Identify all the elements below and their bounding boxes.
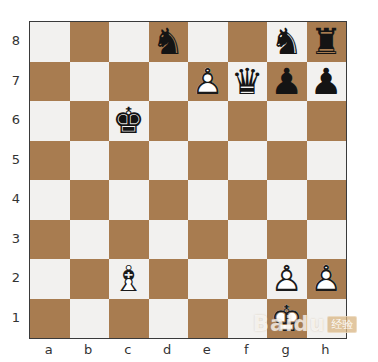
square-f4[interactable] bbox=[228, 180, 268, 220]
square-g7[interactable]: ♟ bbox=[267, 62, 307, 102]
rank-label-7: 7 bbox=[0, 61, 24, 101]
square-d7[interactable] bbox=[149, 62, 189, 102]
square-e7[interactable]: ♟♙ bbox=[188, 62, 228, 102]
square-a8[interactable] bbox=[30, 22, 70, 62]
file-label-g: g bbox=[266, 341, 306, 359]
square-g8[interactable]: ♞ bbox=[267, 22, 307, 62]
rank-label-4: 4 bbox=[0, 179, 24, 219]
rank-label-1: 1 bbox=[0, 298, 24, 338]
square-b4[interactable] bbox=[70, 180, 110, 220]
square-h8[interactable]: ♜ bbox=[307, 22, 347, 62]
square-c3[interactable] bbox=[109, 220, 149, 260]
square-e6[interactable] bbox=[188, 101, 228, 141]
piece-black-rook: ♜ bbox=[307, 22, 347, 62]
piece-black-knight: ♞ bbox=[267, 22, 307, 62]
piece-white-pawn: ♙ bbox=[307, 259, 347, 299]
rank-label-2: 2 bbox=[0, 258, 24, 298]
piece-white-pawn-fill: ♟ bbox=[188, 62, 228, 102]
square-b1[interactable] bbox=[70, 299, 110, 339]
piece-white-pawn: ♙ bbox=[188, 62, 228, 102]
piece-black-pawn: ♟ bbox=[307, 62, 347, 102]
file-label-d: d bbox=[148, 341, 188, 359]
square-g6[interactable] bbox=[267, 101, 307, 141]
square-h5[interactable] bbox=[307, 141, 347, 181]
piece-white-king: ♔ bbox=[267, 299, 307, 339]
piece-black-queen: ♛ bbox=[228, 62, 268, 102]
square-b3[interactable] bbox=[70, 220, 110, 260]
square-h3[interactable] bbox=[307, 220, 347, 260]
rank-label-8: 8 bbox=[0, 21, 24, 61]
piece-white-pawn-fill: ♟ bbox=[307, 259, 347, 299]
piece-black-knight: ♞ bbox=[149, 22, 189, 62]
square-f2[interactable] bbox=[228, 259, 268, 299]
square-d2[interactable] bbox=[149, 259, 189, 299]
file-label-e: e bbox=[187, 341, 227, 359]
square-c8[interactable] bbox=[109, 22, 149, 62]
square-b6[interactable] bbox=[70, 101, 110, 141]
file-labels: abcdefgh bbox=[29, 341, 345, 359]
piece-white-pawn-fill: ♟ bbox=[267, 259, 307, 299]
square-f3[interactable] bbox=[228, 220, 268, 260]
square-a5[interactable] bbox=[30, 141, 70, 181]
square-b2[interactable] bbox=[70, 259, 110, 299]
file-label-a: a bbox=[29, 341, 69, 359]
square-b7[interactable] bbox=[70, 62, 110, 102]
square-a1[interactable] bbox=[30, 299, 70, 339]
square-a7[interactable] bbox=[30, 62, 70, 102]
rank-labels: 87654321 bbox=[0, 21, 24, 337]
square-d1[interactable] bbox=[149, 299, 189, 339]
square-c7[interactable] bbox=[109, 62, 149, 102]
file-label-f: f bbox=[227, 341, 267, 359]
piece-white-bishop: ♗ bbox=[109, 259, 149, 299]
piece-black-king: ♚ bbox=[109, 101, 149, 141]
square-g2[interactable]: ♟♙ bbox=[267, 259, 307, 299]
square-a3[interactable] bbox=[30, 220, 70, 260]
square-f1[interactable] bbox=[228, 299, 268, 339]
square-g3[interactable] bbox=[267, 220, 307, 260]
rank-label-6: 6 bbox=[0, 100, 24, 140]
square-g1[interactable]: ♚♔ bbox=[267, 299, 307, 339]
file-label-h: h bbox=[306, 341, 346, 359]
square-h1[interactable] bbox=[307, 299, 347, 339]
rank-label-3: 3 bbox=[0, 219, 24, 259]
square-h4[interactable] bbox=[307, 180, 347, 220]
square-c1[interactable] bbox=[109, 299, 149, 339]
square-b8[interactable] bbox=[70, 22, 110, 62]
square-d4[interactable] bbox=[149, 180, 189, 220]
chess-board: ♞♞♜♟♙♛♟♟♚♝♗♟♙♟♙♚♔ bbox=[29, 21, 347, 339]
square-d8[interactable]: ♞ bbox=[149, 22, 189, 62]
square-h6[interactable] bbox=[307, 101, 347, 141]
square-e3[interactable] bbox=[188, 220, 228, 260]
square-c2[interactable]: ♝♗ bbox=[109, 259, 149, 299]
square-g5[interactable] bbox=[267, 141, 307, 181]
square-c6[interactable]: ♚ bbox=[109, 101, 149, 141]
file-label-b: b bbox=[69, 341, 109, 359]
square-e4[interactable] bbox=[188, 180, 228, 220]
square-c4[interactable] bbox=[109, 180, 149, 220]
square-h7[interactable]: ♟ bbox=[307, 62, 347, 102]
square-c5[interactable] bbox=[109, 141, 149, 181]
square-g4[interactable] bbox=[267, 180, 307, 220]
square-e2[interactable] bbox=[188, 259, 228, 299]
square-f7[interactable]: ♛ bbox=[228, 62, 268, 102]
piece-white-pawn: ♙ bbox=[267, 259, 307, 299]
square-e8[interactable] bbox=[188, 22, 228, 62]
square-f6[interactable] bbox=[228, 101, 268, 141]
square-d3[interactable] bbox=[149, 220, 189, 260]
piece-black-pawn: ♟ bbox=[267, 62, 307, 102]
square-a6[interactable] bbox=[30, 101, 70, 141]
square-a4[interactable] bbox=[30, 180, 70, 220]
rank-label-5: 5 bbox=[0, 140, 24, 180]
file-label-c: c bbox=[108, 341, 148, 359]
chess-diagram: 87654321 ♞♞♜♟♙♛♟♟♚♝♗♟♙♟♙♚♔ abcdefgh Baid… bbox=[0, 0, 378, 362]
square-f8[interactable] bbox=[228, 22, 268, 62]
piece-white-bishop-fill: ♝ bbox=[109, 259, 149, 299]
square-f5[interactable] bbox=[228, 141, 268, 181]
square-h2[interactable]: ♟♙ bbox=[307, 259, 347, 299]
square-d5[interactable] bbox=[149, 141, 189, 181]
square-e1[interactable] bbox=[188, 299, 228, 339]
square-d6[interactable] bbox=[149, 101, 189, 141]
square-a2[interactable] bbox=[30, 259, 70, 299]
piece-white-king-fill: ♚ bbox=[267, 299, 307, 339]
square-e5[interactable] bbox=[188, 141, 228, 181]
square-b5[interactable] bbox=[70, 141, 110, 181]
